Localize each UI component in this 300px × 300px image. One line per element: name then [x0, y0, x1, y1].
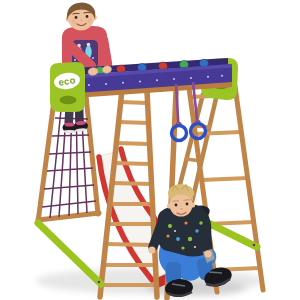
- climbing-gym-scene: eco: [0, 0, 300, 300]
- product-photo: eco: [0, 0, 300, 300]
- eco-panel-left: eco: [50, 62, 85, 112]
- base-screw: [98, 281, 101, 284]
- base-screw: [253, 244, 256, 247]
